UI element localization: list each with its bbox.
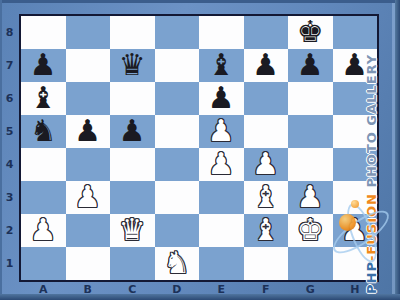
rank-label-7: 7 [0,49,19,82]
square-b6[interactable] [66,82,111,115]
php-fusion-atom-logo [325,192,397,268]
black-king[interactable]: ♚ [297,17,324,47]
square-a3[interactable] [21,181,66,214]
square-a8[interactable] [21,16,66,49]
frame-bevel-right [395,0,400,300]
square-f3[interactable]: ♝ [244,181,289,214]
square-g8[interactable]: ♚ [288,16,333,49]
square-f8[interactable] [244,16,289,49]
square-c7[interactable]: ♛ [110,49,155,82]
square-a6[interactable]: ♝ [21,82,66,115]
square-f2[interactable]: ♝ [244,214,289,247]
white-king[interactable]: ♚ [297,215,324,245]
white-queen[interactable]: ♛ [119,215,146,245]
square-c1[interactable] [110,247,155,280]
rank-labels: 87654321 [0,16,19,280]
black-bishop[interactable]: ♝ [30,83,57,113]
square-d2[interactable] [155,214,200,247]
white-pawn[interactable]: ♟ [30,215,57,245]
black-pawn[interactable]: ♟ [297,50,324,80]
rank-label-3: 3 [0,181,19,214]
square-e5[interactable]: ♟ [199,115,244,148]
square-c6[interactable] [110,82,155,115]
rank-label-8: 8 [0,16,19,49]
white-bishop[interactable]: ♝ [252,182,279,212]
square-c4[interactable] [110,148,155,181]
black-knight[interactable]: ♞ [30,116,57,146]
square-e1[interactable] [199,247,244,280]
white-bishop[interactable]: ♝ [252,215,279,245]
black-pawn[interactable]: ♟ [30,50,57,80]
rank-label-6: 6 [0,82,19,115]
black-pawn[interactable]: ♟ [74,116,101,146]
rank-label-4: 4 [0,148,19,181]
square-b3[interactable]: ♟ [66,181,111,214]
square-b8[interactable] [66,16,111,49]
square-c8[interactable] [110,16,155,49]
square-e8[interactable] [199,16,244,49]
square-a5[interactable]: ♞ [21,115,66,148]
white-pawn[interactable]: ♟ [297,182,324,212]
square-d5[interactable] [155,115,200,148]
square-a2[interactable]: ♟ [21,214,66,247]
logo-nucleus-icon [339,214,356,231]
square-e3[interactable] [199,181,244,214]
square-d3[interactable] [155,181,200,214]
white-pawn[interactable]: ♟ [252,149,279,179]
square-d1[interactable]: ♞ [155,247,200,280]
rank-label-5: 5 [0,115,19,148]
square-d8[interactable] [155,16,200,49]
rank-label-1: 1 [0,247,19,280]
square-e4[interactable]: ♟ [199,148,244,181]
black-pawn[interactable]: ♟ [252,50,279,80]
white-pawn[interactable]: ♟ [208,149,235,179]
square-e7[interactable]: ♝ [199,49,244,82]
white-knight[interactable]: ♞ [163,248,190,278]
black-queen[interactable]: ♛ [119,50,146,80]
black-pawn[interactable]: ♟ [119,116,146,146]
square-g7[interactable]: ♟ [288,49,333,82]
white-pawn[interactable]: ♟ [74,182,101,212]
black-pawn[interactable]: ♟ [208,83,235,113]
square-e6[interactable]: ♟ [199,82,244,115]
square-g4[interactable] [288,148,333,181]
frame-bevel-bottom [0,294,400,300]
square-b4[interactable] [66,148,111,181]
white-pawn[interactable]: ♟ [208,116,235,146]
photo-gallery-chess-diagram: ♚♟♛♝♟♟♟♝♟♞♟♟♟♟♟♟♝♟♟♛♝♚♟♞ 87654321 ABCDEF… [0,0,400,300]
square-f1[interactable] [244,247,289,280]
square-c2[interactable]: ♛ [110,214,155,247]
square-b2[interactable] [66,214,111,247]
square-d6[interactable] [155,82,200,115]
square-e2[interactable] [199,214,244,247]
square-a1[interactable] [21,247,66,280]
square-c5[interactable]: ♟ [110,115,155,148]
square-d4[interactable] [155,148,200,181]
square-f7[interactable]: ♟ [244,49,289,82]
black-bishop[interactable]: ♝ [208,50,235,80]
square-f5[interactable] [244,115,289,148]
rank-label-2: 2 [0,214,19,247]
square-b7[interactable] [66,49,111,82]
square-d7[interactable] [155,49,200,82]
watermark-gallery: PHOTO GALLERY [364,54,379,193]
square-b5[interactable]: ♟ [66,115,111,148]
square-f6[interactable] [244,82,289,115]
frame-bevel-left [0,0,2,300]
square-f4[interactable]: ♟ [244,148,289,181]
logo-accent-icon [351,200,359,208]
square-b1[interactable] [66,247,111,280]
square-g6[interactable] [288,82,333,115]
square-a4[interactable] [21,148,66,181]
square-g5[interactable] [288,115,333,148]
square-a7[interactable]: ♟ [21,49,66,82]
frame-bevel-top [0,0,400,3]
square-c3[interactable] [110,181,155,214]
